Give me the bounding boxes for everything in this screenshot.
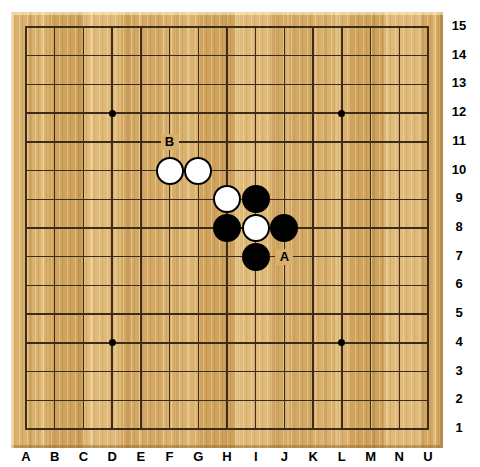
row-label-10: 10 — [445, 162, 473, 177]
row-label-5: 5 — [445, 305, 473, 320]
col-label-f: F — [160, 449, 180, 464]
board-layer: BA151413121110987654321ABCDEFGHIJKLMNU — [0, 0, 480, 467]
col-label-e: E — [131, 449, 151, 464]
row-label-4: 4 — [445, 334, 473, 349]
stone-black-h8 — [213, 214, 241, 242]
row-label-13: 13 — [445, 75, 473, 90]
col-label-n: N — [389, 449, 409, 464]
stone-white-g10 — [184, 157, 212, 185]
col-label-j: J — [274, 449, 294, 464]
stone-white-h9 — [213, 185, 241, 213]
col-label-i: I — [246, 449, 266, 464]
row-label-12: 12 — [445, 104, 473, 119]
grid-line-horizontal — [25, 256, 429, 258]
star-point — [338, 339, 345, 346]
stone-white-i8 — [242, 214, 270, 242]
row-label-8: 8 — [445, 219, 473, 234]
star-point — [109, 339, 116, 346]
col-label-l: L — [332, 449, 352, 464]
grid-line-horizontal — [25, 285, 429, 287]
stone-white-f10 — [156, 157, 184, 185]
col-label-b: B — [45, 449, 65, 464]
col-label-u: U — [418, 449, 438, 464]
stone-black-i7 — [242, 243, 270, 271]
gomoku-board-screenshot: BA151413121110987654321ABCDEFGHIJKLMNU — [0, 0, 480, 467]
grid-line-horizontal — [25, 428, 429, 430]
point-label-a[interactable]: A — [275, 249, 293, 265]
row-label-3: 3 — [445, 363, 473, 378]
grid-line-horizontal — [25, 400, 429, 402]
grid-line-vertical — [370, 26, 372, 430]
col-label-d: D — [102, 449, 122, 464]
star-point — [338, 110, 345, 117]
row-label-7: 7 — [445, 248, 473, 263]
grid-line-vertical — [399, 26, 401, 430]
grid-line-horizontal — [25, 371, 429, 373]
grid-line-horizontal — [25, 342, 429, 344]
col-label-m: M — [361, 449, 381, 464]
col-label-a: A — [16, 449, 36, 464]
row-label-11: 11 — [445, 133, 473, 148]
row-label-1: 1 — [445, 420, 473, 435]
col-label-g: G — [188, 449, 208, 464]
grid-line-vertical — [312, 26, 314, 430]
row-label-6: 6 — [445, 276, 473, 291]
col-label-h: H — [217, 449, 237, 464]
star-point — [109, 110, 116, 117]
grid-line-horizontal — [25, 313, 429, 315]
stone-black-i9 — [242, 185, 270, 213]
col-label-c: C — [73, 449, 93, 464]
col-label-k: K — [303, 449, 323, 464]
row-label-15: 15 — [445, 18, 473, 33]
stone-black-j8 — [270, 214, 298, 242]
grid-line-vertical — [341, 26, 343, 430]
grid-line-vertical — [427, 26, 429, 430]
row-label-9: 9 — [445, 190, 473, 205]
row-label-2: 2 — [445, 391, 473, 406]
row-label-14: 14 — [445, 47, 473, 62]
point-label-b[interactable]: B — [161, 134, 179, 150]
